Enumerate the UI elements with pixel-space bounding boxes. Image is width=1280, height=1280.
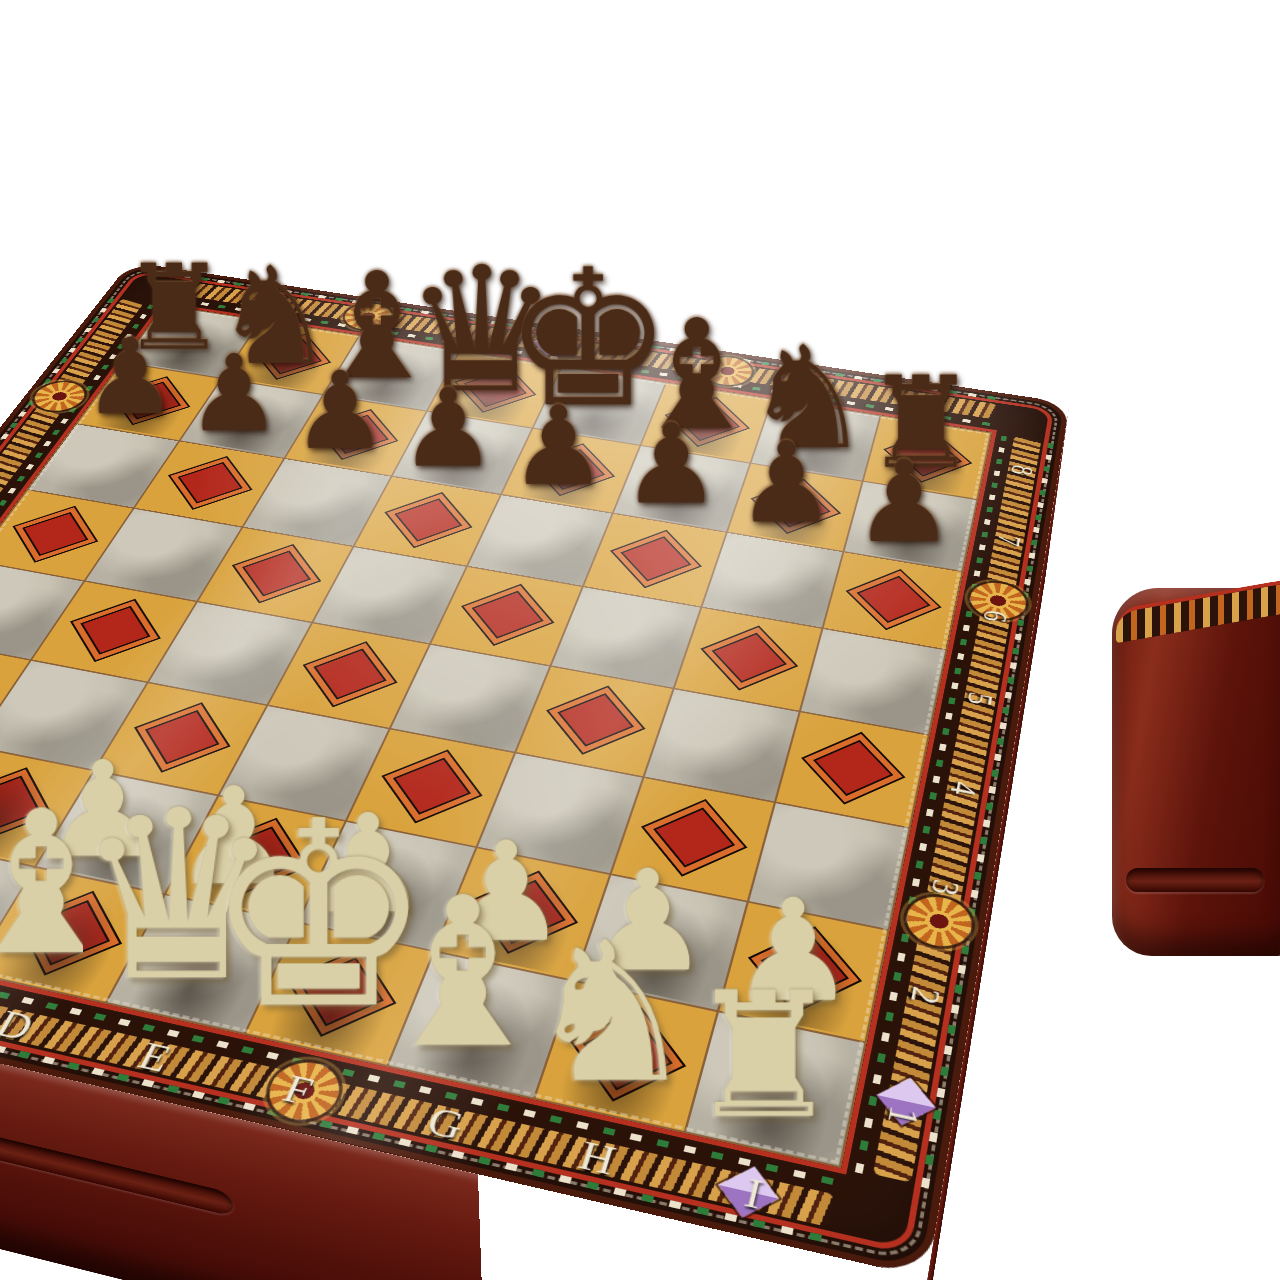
piece-black-pawn[interactable]: ♟ <box>83 324 177 429</box>
piece-black-pawn[interactable]: ♟ <box>736 427 836 539</box>
piece-black-pawn[interactable]: ♟ <box>853 445 954 558</box>
scene: BCDEFGHI 87654321 ♜♞♝♛♚♝♞♜♟♟♟♟♟♟♟♟♟♟♟♟♟♟… <box>0 0 1280 1280</box>
photo-stage: BCDEFGHI 87654321 ♜♞♝♛♚♝♞♜♟♟♟♟♟♟♟♟♟♟♟♟♟♟… <box>0 0 1280 1280</box>
piece-black-pawn[interactable]: ♟ <box>186 341 281 447</box>
piece-black-pawn[interactable]: ♟ <box>292 357 388 464</box>
piece-black-pawn[interactable]: ♟ <box>621 409 720 519</box>
piece-white-knight[interactable]: ♞ <box>524 916 698 1110</box>
piece-black-pawn[interactable]: ♟ <box>399 374 496 482</box>
square-i1[interactable]: ♜ <box>686 1012 864 1165</box>
piece-black-pawn[interactable]: ♟ <box>509 391 607 500</box>
square-h4[interactable] <box>645 689 799 801</box>
chess-box: BCDEFGHI 87654321 ♜♞♝♛♚♝♞♜♟♟♟♟♟♟♟♟♟♟♟♟♟♟… <box>0 262 1070 1278</box>
piece-white-rook[interactable]: ♜ <box>685 970 841 1144</box>
